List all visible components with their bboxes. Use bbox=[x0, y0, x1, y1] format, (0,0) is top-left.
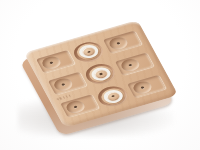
treat-hole-a2 bbox=[61, 83, 65, 86]
treat-hole-c2 bbox=[129, 64, 133, 67]
knob-hole-b3 bbox=[111, 95, 114, 97]
product-photo-stage bbox=[0, 0, 200, 150]
treat-pocket-a1 bbox=[36, 50, 74, 73]
pocket-recess-a3 bbox=[64, 99, 87, 115]
treat-pocket-c1 bbox=[103, 31, 141, 54]
treat-pocket-a3 bbox=[60, 95, 98, 118]
pocket-recess-c3 bbox=[131, 79, 154, 95]
pocket-recess-c2 bbox=[119, 57, 142, 73]
slider-disc-b1[interactable] bbox=[74, 41, 104, 62]
treat-hole-c3 bbox=[141, 86, 145, 89]
slider-disc-b2[interactable] bbox=[86, 64, 116, 85]
pocket-recess-c1 bbox=[107, 35, 130, 51]
slider-recess-b2 bbox=[83, 61, 120, 87]
slider-recess-b1 bbox=[71, 39, 108, 65]
treat-pocket-c2 bbox=[116, 53, 154, 76]
pocket-recess-a2 bbox=[52, 77, 75, 93]
treat-pocket-a2 bbox=[48, 72, 86, 95]
treat-pocket-c3 bbox=[128, 75, 166, 98]
treat-hole-a3 bbox=[74, 106, 78, 109]
slider-recess-b3 bbox=[95, 83, 132, 109]
slider-disc-b3[interactable] bbox=[98, 86, 128, 107]
knob-hole-b2 bbox=[99, 73, 102, 75]
treat-hole-a1 bbox=[49, 61, 53, 64]
pocket-recess-a1 bbox=[40, 55, 63, 71]
knob-hole-b1 bbox=[87, 51, 90, 53]
treat-hole-c1 bbox=[117, 42, 121, 45]
